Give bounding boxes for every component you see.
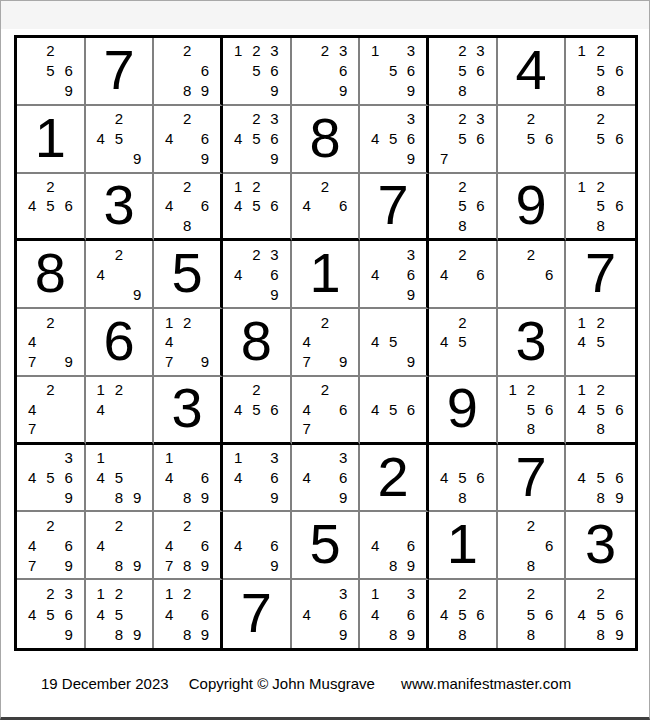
- empty-slot: [110, 264, 128, 284]
- candidate-2: 2: [178, 515, 196, 535]
- candidate-2: 2: [41, 515, 59, 535]
- candidate-4: 4: [298, 399, 316, 419]
- empty-slot: [316, 352, 334, 372]
- candidate-5: 5: [453, 468, 471, 488]
- candidate-9: 9: [196, 149, 214, 169]
- candidate-4: 4: [92, 399, 110, 419]
- sudoku-board: 2569726891235692369135692356841256812459…: [14, 35, 638, 651]
- cell-r9c3: 124689: [154, 580, 223, 648]
- empty-slot: [366, 380, 384, 400]
- cell-r5c3: 12479: [154, 309, 223, 377]
- solved-digit: 8: [17, 241, 84, 307]
- candidate-4: 4: [229, 468, 247, 488]
- candidate-7: 7: [23, 352, 41, 372]
- pencil-marks: 2456: [223, 377, 290, 442]
- candidate-6: 6: [265, 61, 283, 81]
- candidate-1: 1: [92, 380, 110, 400]
- empty-slot: [229, 81, 247, 101]
- candidate-9: 9: [265, 488, 283, 508]
- candidate-5: 5: [41, 196, 59, 216]
- empty-slot: [334, 177, 352, 197]
- empty-slot: [298, 312, 316, 332]
- candidate-6: 6: [402, 61, 420, 81]
- candidate-2: 2: [522, 380, 540, 400]
- empty-slot: [540, 109, 558, 129]
- empty-slot: [384, 352, 402, 372]
- candidate-4: 4: [572, 604, 591, 625]
- pencil-marks: 2489: [86, 512, 153, 578]
- empty-slot: [316, 488, 334, 508]
- empty-slot: [247, 515, 265, 535]
- empty-slot: [610, 216, 629, 236]
- pencil-marks: 124568: [566, 377, 635, 442]
- candidate-5: 5: [522, 129, 540, 149]
- cell-r9c9: 245689: [566, 580, 635, 648]
- cell-r7c9: 45689: [566, 445, 635, 513]
- empty-slot: [504, 399, 522, 419]
- candidate-7: 7: [298, 352, 316, 372]
- candidate-3: 3: [334, 41, 352, 61]
- pencil-marks: 234569: [223, 106, 290, 172]
- candidate-4: 4: [366, 332, 384, 352]
- candidate-2: 2: [522, 515, 540, 535]
- pencil-marks: 3469: [360, 241, 426, 307]
- candidate-4: 4: [23, 332, 41, 352]
- empty-slot: [572, 488, 591, 508]
- empty-slot: [366, 352, 384, 372]
- pencil-marks: 234569: [17, 580, 84, 648]
- empty-slot: [128, 419, 146, 439]
- empty-slot: [504, 604, 522, 625]
- empty-slot: [92, 149, 110, 169]
- solved-digit: 7: [86, 38, 153, 104]
- empty-slot: [366, 109, 384, 129]
- cell-r7c8: 7: [498, 445, 567, 513]
- empty-slot: [59, 419, 77, 439]
- empty-slot: [196, 515, 214, 535]
- empty-slot: [610, 149, 629, 169]
- empty-slot: [59, 216, 77, 236]
- candidate-6: 6: [402, 604, 420, 625]
- empty-slot: [504, 149, 522, 169]
- empty-slot: [92, 624, 110, 645]
- cell-r9c4: 7: [223, 580, 292, 648]
- candidate-9: 9: [128, 624, 146, 645]
- candidate-7: 7: [160, 555, 178, 575]
- candidate-9: 9: [610, 488, 629, 508]
- solved-digit: 7: [223, 580, 290, 648]
- empty-slot: [59, 332, 77, 352]
- empty-slot: [110, 149, 128, 169]
- empty-slot: [41, 555, 59, 575]
- candidate-3: 3: [402, 109, 420, 129]
- empty-slot: [298, 624, 316, 645]
- cell-r4c7: 246: [429, 241, 498, 309]
- empty-slot: [41, 624, 59, 645]
- candidate-6: 6: [610, 604, 629, 625]
- footer-copyright: Copyright © John Musgrave: [189, 675, 375, 692]
- cell-r8c7: 1: [429, 512, 498, 580]
- cell-r6c2: 124: [86, 377, 155, 445]
- candidate-2: 2: [178, 177, 196, 197]
- cell-r7c1: 34569: [17, 445, 86, 513]
- candidate-4: 4: [572, 332, 591, 352]
- candidate-2: 2: [316, 380, 334, 400]
- candidate-8: 8: [178, 488, 196, 508]
- pencil-marks: 34569: [360, 106, 426, 172]
- cell-r8c6: 4689: [360, 512, 429, 580]
- empty-slot: [178, 196, 196, 216]
- empty-slot: [110, 399, 128, 419]
- pencil-marks: 3469: [292, 445, 359, 511]
- candidate-1: 1: [229, 448, 247, 468]
- pencil-marks: 12568: [566, 38, 635, 104]
- empty-slot: [572, 196, 591, 216]
- pencil-marks: 24679: [17, 512, 84, 578]
- candidate-5: 5: [384, 129, 402, 149]
- candidate-5: 5: [453, 129, 471, 149]
- pencil-marks: 459: [360, 309, 426, 375]
- cell-r1c4: 123569: [223, 38, 292, 106]
- solved-digit: 5: [154, 241, 220, 307]
- empty-slot: [435, 41, 453, 61]
- cell-r5c8: 3: [498, 309, 567, 377]
- candidate-9: 9: [128, 149, 146, 169]
- candidate-5: 5: [110, 604, 128, 625]
- empty-slot: [298, 488, 316, 508]
- empty-slot: [41, 399, 59, 419]
- candidate-2: 2: [247, 177, 265, 197]
- empty-slot: [540, 583, 558, 604]
- cell-r5c6: 459: [360, 309, 429, 377]
- cell-r3c1: 2456: [17, 174, 86, 242]
- empty-slot: [504, 419, 522, 439]
- empty-slot: [247, 468, 265, 488]
- candidate-4: 4: [160, 129, 178, 149]
- empty-slot: [610, 312, 629, 332]
- pencil-marks: 247: [17, 377, 84, 442]
- empty-slot: [504, 264, 522, 284]
- cell-r1c3: 2689: [154, 38, 223, 106]
- empty-slot: [610, 380, 629, 400]
- solved-digit: 9: [498, 174, 565, 239]
- cell-r3c5: 246: [292, 174, 361, 242]
- candidate-1: 1: [366, 583, 384, 604]
- candidate-3: 3: [265, 448, 283, 468]
- cell-r4c4: 23469: [223, 241, 292, 309]
- empty-slot: [128, 244, 146, 264]
- candidate-7: 7: [435, 149, 453, 169]
- empty-slot: [59, 515, 77, 535]
- pencil-marks: 256: [498, 106, 565, 172]
- empty-slot: [92, 109, 110, 129]
- pencil-marks: 246789: [154, 512, 220, 578]
- empty-slot: [23, 488, 41, 508]
- candidate-6: 6: [334, 196, 352, 216]
- footer: 19 December 2023 Copyright © John Musgra…: [41, 675, 571, 692]
- candidate-6: 6: [402, 264, 420, 284]
- empty-slot: [23, 177, 41, 197]
- cell-r3c7: 2568: [429, 174, 498, 242]
- pencil-marks: 24568: [429, 580, 496, 648]
- empty-slot: [540, 515, 558, 535]
- candidate-2: 2: [41, 583, 59, 604]
- candidate-4: 4: [229, 399, 247, 419]
- cell-r1c9: 12568: [566, 38, 635, 106]
- empty-slot: [247, 488, 265, 508]
- candidate-6: 6: [196, 535, 214, 555]
- candidate-8: 8: [178, 624, 196, 645]
- pencil-marks: 2468: [154, 174, 220, 239]
- candidate-6: 6: [196, 129, 214, 149]
- candidate-6: 6: [196, 468, 214, 488]
- cell-r3c4: 12456: [223, 174, 292, 242]
- pencil-marks: 4689: [360, 512, 426, 578]
- candidate-9: 9: [265, 81, 283, 101]
- pencil-marks: 245689: [566, 580, 635, 648]
- empty-slot: [504, 535, 522, 555]
- candidate-5: 5: [591, 196, 610, 216]
- candidate-4: 4: [298, 332, 316, 352]
- candidate-9: 9: [334, 488, 352, 508]
- empty-slot: [128, 109, 146, 129]
- pencil-marks: 23568: [429, 38, 496, 104]
- empty-slot: [298, 177, 316, 197]
- candidate-4: 4: [92, 604, 110, 625]
- candidate-8: 8: [522, 419, 540, 439]
- candidate-8: 8: [591, 488, 610, 508]
- empty-slot: [334, 312, 352, 332]
- candidate-5: 5: [247, 61, 265, 81]
- empty-slot: [196, 41, 214, 61]
- candidate-1: 1: [572, 41, 591, 61]
- empty-slot: [435, 216, 453, 236]
- candidate-4: 4: [366, 604, 384, 625]
- empty-slot: [435, 109, 453, 129]
- empty-slot: [610, 81, 629, 101]
- empty-slot: [522, 149, 540, 169]
- candidate-2: 2: [522, 109, 540, 129]
- empty-slot: [471, 583, 489, 604]
- empty-slot: [471, 149, 489, 169]
- cell-r1c8: 4: [498, 38, 567, 106]
- candidate-2: 2: [110, 380, 128, 400]
- pencil-marks: 268: [498, 512, 565, 578]
- empty-slot: [402, 380, 420, 400]
- empty-slot: [196, 177, 214, 197]
- candidate-6: 6: [540, 264, 558, 284]
- empty-slot: [41, 419, 59, 439]
- pencil-marks: 2568: [429, 174, 496, 239]
- cell-r5c2: 6: [86, 309, 155, 377]
- candidate-8: 8: [591, 624, 610, 645]
- solved-digit: 8: [292, 106, 359, 172]
- empty-slot: [504, 129, 522, 149]
- candidate-9: 9: [59, 624, 77, 645]
- cell-r8c8: 268: [498, 512, 567, 580]
- candidate-9: 9: [128, 488, 146, 508]
- empty-slot: [23, 81, 41, 101]
- candidate-3: 3: [471, 109, 489, 129]
- empty-slot: [435, 312, 453, 332]
- empty-slot: [384, 312, 402, 332]
- candidate-3: 3: [471, 41, 489, 61]
- empty-slot: [316, 81, 334, 101]
- candidate-5: 5: [453, 604, 471, 625]
- candidate-6: 6: [265, 129, 283, 149]
- empty-slot: [453, 264, 471, 284]
- solved-digit: 3: [154, 377, 220, 442]
- cell-r2c1: 1: [17, 106, 86, 174]
- empty-slot: [160, 216, 178, 236]
- cell-r8c2: 2489: [86, 512, 155, 580]
- empty-slot: [41, 352, 59, 372]
- pencil-marks: 246: [429, 241, 496, 307]
- empty-slot: [316, 196, 334, 216]
- pencil-marks: 134689: [360, 580, 426, 648]
- empty-slot: [572, 149, 591, 169]
- cell-r5c1: 2479: [17, 309, 86, 377]
- candidate-1: 1: [366, 41, 384, 61]
- empty-slot: [572, 448, 591, 468]
- empty-slot: [247, 149, 265, 169]
- candidate-6: 6: [196, 196, 214, 216]
- empty-slot: [23, 61, 41, 81]
- pencil-marks: 2467: [292, 377, 359, 442]
- cell-r8c1: 24679: [17, 512, 86, 580]
- candidate-6: 6: [265, 196, 283, 216]
- cell-r3c6: 7: [360, 174, 429, 242]
- cell-r6c4: 2456: [223, 377, 292, 445]
- cell-r3c2: 3: [86, 174, 155, 242]
- empty-slot: [160, 61, 178, 81]
- pencil-marks: 12479: [154, 309, 220, 375]
- empty-slot: [522, 535, 540, 555]
- candidate-9: 9: [402, 555, 420, 575]
- empty-slot: [298, 448, 316, 468]
- empty-slot: [110, 535, 128, 555]
- empty-slot: [402, 332, 420, 352]
- empty-slot: [572, 129, 591, 149]
- candidate-2: 2: [591, 583, 610, 604]
- pencil-marks: 246: [292, 174, 359, 239]
- empty-slot: [610, 583, 629, 604]
- solved-digit: 9: [429, 377, 496, 442]
- candidate-2: 2: [41, 41, 59, 61]
- cell-r2c6: 34569: [360, 106, 429, 174]
- empty-slot: [504, 284, 522, 304]
- candidate-6: 6: [540, 399, 558, 419]
- cell-r2c9: 256: [566, 106, 635, 174]
- empty-slot: [572, 352, 591, 372]
- empty-slot: [229, 555, 247, 575]
- candidate-6: 6: [265, 399, 283, 419]
- candidate-6: 6: [334, 61, 352, 81]
- candidate-5: 5: [247, 399, 265, 419]
- empty-slot: [110, 448, 128, 468]
- empty-slot: [196, 448, 214, 468]
- empty-slot: [540, 555, 558, 575]
- empty-slot: [160, 515, 178, 535]
- empty-slot: [591, 149, 610, 169]
- pencil-marks: 26: [498, 241, 565, 307]
- empty-slot: [41, 216, 59, 236]
- empty-slot: [298, 81, 316, 101]
- candidate-6: 6: [471, 196, 489, 216]
- candidate-8: 8: [522, 624, 540, 645]
- empty-slot: [540, 624, 558, 645]
- candidate-6: 6: [471, 468, 489, 488]
- candidate-2: 2: [453, 41, 471, 61]
- pencil-marks: 2456: [17, 174, 84, 239]
- empty-slot: [435, 244, 453, 264]
- candidate-8: 8: [591, 216, 610, 236]
- candidate-6: 6: [540, 129, 558, 149]
- empty-slot: [540, 284, 558, 304]
- empty-slot: [471, 352, 489, 372]
- candidate-4: 4: [92, 264, 110, 284]
- pencil-marks: 245: [429, 309, 496, 375]
- empty-slot: [435, 624, 453, 645]
- empty-slot: [23, 624, 41, 645]
- empty-slot: [334, 380, 352, 400]
- candidate-9: 9: [334, 81, 352, 101]
- empty-slot: [435, 61, 453, 81]
- empty-slot: [23, 448, 41, 468]
- empty-slot: [92, 555, 110, 575]
- candidate-2: 2: [247, 244, 265, 264]
- empty-slot: [366, 149, 384, 169]
- candidate-5: 5: [110, 468, 128, 488]
- empty-slot: [178, 468, 196, 488]
- candidate-6: 6: [402, 535, 420, 555]
- empty-slot: [298, 61, 316, 81]
- empty-slot: [610, 177, 629, 197]
- empty-slot: [178, 149, 196, 169]
- candidate-4: 4: [298, 196, 316, 216]
- empty-slot: [41, 535, 59, 555]
- empty-slot: [610, 419, 629, 439]
- cell-r8c5: 5: [292, 512, 361, 580]
- candidate-2: 2: [453, 312, 471, 332]
- empty-slot: [41, 448, 59, 468]
- candidate-6: 6: [402, 129, 420, 149]
- empty-slot: [366, 624, 384, 645]
- empty-slot: [229, 61, 247, 81]
- candidate-4: 4: [366, 264, 384, 284]
- candidate-9: 9: [59, 555, 77, 575]
- solved-digit: 6: [86, 309, 153, 375]
- candidate-4: 4: [435, 604, 453, 625]
- candidate-8: 8: [453, 216, 471, 236]
- cell-r3c9: 12568: [566, 174, 635, 242]
- empty-slot: [265, 515, 283, 535]
- empty-slot: [298, 380, 316, 400]
- empty-slot: [435, 196, 453, 216]
- candidate-6: 6: [196, 604, 214, 625]
- candidate-4: 4: [23, 468, 41, 488]
- candidate-9: 9: [196, 555, 214, 575]
- candidate-2: 2: [453, 244, 471, 264]
- candidate-4: 4: [366, 535, 384, 555]
- candidate-8: 8: [384, 555, 402, 575]
- pencil-marks: 124: [86, 377, 153, 442]
- candidate-3: 3: [402, 41, 420, 61]
- empty-slot: [435, 284, 453, 304]
- candidate-6: 6: [59, 604, 77, 625]
- footer-website: www.manifestmaster.com: [401, 675, 571, 692]
- empty-slot: [572, 419, 591, 439]
